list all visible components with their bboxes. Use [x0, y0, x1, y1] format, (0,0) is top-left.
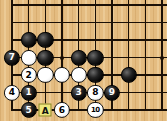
black-stone[interactable]	[87, 49, 103, 65]
go-board[interactable]: 72413895610A	[0, 0, 167, 121]
black-stone[interactable]	[87, 67, 103, 83]
white-stone[interactable]	[21, 49, 37, 65]
stone-move-number: 10	[91, 107, 100, 114]
grid-horizontal-line	[11, 22, 167, 24]
stone-move-number: 4	[9, 88, 15, 97]
black-stone[interactable]	[37, 32, 53, 48]
white-stone[interactable]: 8	[87, 84, 103, 100]
stone-move-number: 6	[59, 106, 65, 115]
black-stone[interactable]	[37, 49, 53, 65]
black-stone[interactable]: 5	[21, 102, 37, 118]
white-stone[interactable]	[71, 67, 87, 83]
white-stone[interactable]	[54, 67, 70, 83]
black-stone[interactable]	[71, 49, 87, 65]
stone-move-number: 5	[26, 106, 32, 115]
black-stone[interactable]: 7	[4, 49, 20, 65]
black-stone[interactable]	[21, 32, 37, 48]
stone-move-number: 9	[109, 88, 115, 97]
white-stone[interactable]: 6	[54, 102, 70, 118]
black-stone[interactable]: 9	[104, 84, 120, 100]
stone-move-number: 3	[76, 88, 82, 97]
stone-move-number: 2	[26, 71, 32, 80]
point-label-marker[interactable]: A	[39, 104, 52, 117]
stone-move-number: 1	[26, 88, 32, 97]
black-stone[interactable]: 3	[71, 84, 87, 100]
white-stone[interactable]	[37, 67, 53, 83]
star-point	[160, 56, 164, 60]
star-point	[60, 56, 64, 60]
white-stone[interactable]: 2	[21, 67, 37, 83]
grid-vertical-line	[128, 0, 130, 111]
stone-move-number: 8	[92, 88, 98, 97]
white-stone[interactable]: 4	[4, 84, 20, 100]
grid-vertical-line	[145, 0, 147, 111]
black-stone[interactable]	[121, 67, 137, 83]
white-stone[interactable]: 10	[87, 102, 103, 118]
grid-horizontal-line	[11, 4, 167, 6]
stone-move-number: 7	[9, 53, 15, 62]
black-stone[interactable]: 1	[21, 84, 37, 100]
